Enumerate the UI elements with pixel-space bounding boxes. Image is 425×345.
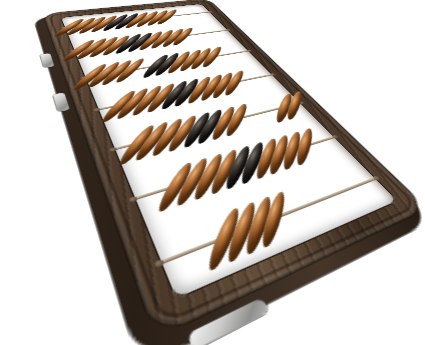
metal-bracket-left-upper — [40, 53, 54, 68]
abacus-rods — [43, 0, 425, 338]
metal-bracket-left-lower — [53, 92, 70, 111]
scene-background — [0, 0, 425, 345]
abacus-board — [43, 0, 425, 338]
